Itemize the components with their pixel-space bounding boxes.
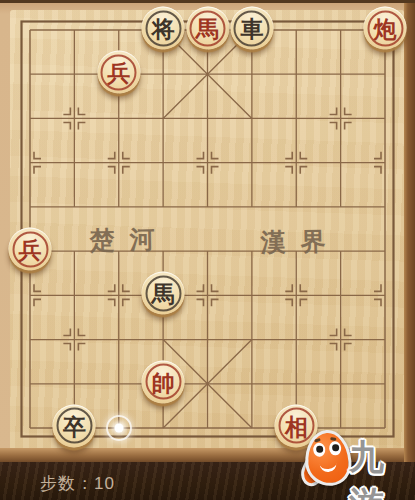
jiuyou-logo: 九游	[297, 422, 415, 492]
board-edge-top	[0, 0, 415, 3]
move-highlight-dot	[106, 415, 132, 441]
river-label-right: 漢界	[245, 225, 341, 260]
piece-glyph: 馬	[142, 272, 185, 315]
jiuyou-mascot-icon	[303, 430, 349, 486]
piece-glyph: 馬	[186, 7, 229, 50]
piece-glyph: 車	[230, 7, 273, 50]
piece-red-cannon[interactable]: 炮	[364, 7, 407, 50]
piece-glyph: 帥	[142, 360, 185, 403]
board-panel	[0, 0, 415, 466]
piece-black-general[interactable]: 将	[142, 7, 185, 50]
xiangqi-board[interactable]	[10, 10, 404, 452]
piece-glyph: 兵	[97, 51, 140, 94]
piece-red-horse[interactable]: 馬	[186, 7, 229, 50]
piece-glyph: 卒	[53, 404, 96, 447]
move-counter-label: 步数	[40, 474, 76, 493]
move-counter-value: 10	[94, 474, 115, 493]
piece-black-horse[interactable]: 馬	[142, 272, 185, 315]
piece-glyph: 炮	[364, 7, 407, 50]
board-edge-right	[404, 0, 415, 466]
move-counter: 步数：10	[40, 472, 115, 495]
piece-red-soldier[interactable]: 兵	[97, 51, 140, 94]
piece-black-chariot[interactable]: 車	[230, 7, 273, 50]
piece-glyph: 将	[142, 7, 185, 50]
river-label-left: 楚河	[74, 223, 170, 258]
piece-red-soldier[interactable]: 兵	[9, 228, 52, 271]
piece-black-soldier[interactable]: 卒	[53, 404, 96, 447]
piece-red-general[interactable]: 帥	[142, 360, 185, 403]
jiuyou-logo-text: 九游	[349, 434, 415, 500]
piece-glyph: 兵	[9, 228, 52, 271]
